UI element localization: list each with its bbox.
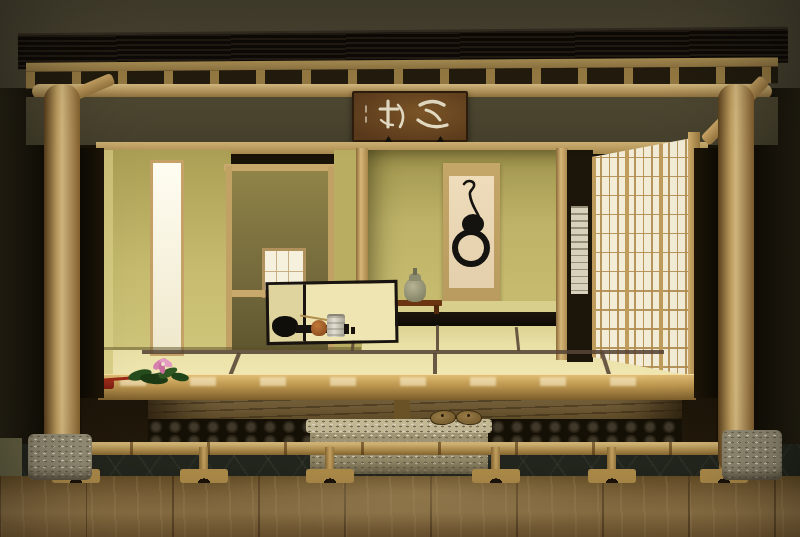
- calligraphy-plaque: [352, 91, 468, 142]
- flower-bouquet: [104, 352, 199, 386]
- left-pillar-base-stone: [28, 434, 92, 480]
- hall-wood-floor: [0, 476, 800, 537]
- right-round-pillar: [718, 84, 754, 474]
- trestle-foot: [180, 469, 228, 483]
- right-pillar-base-stone: [722, 430, 782, 480]
- rail-trestle-4: [472, 447, 520, 487]
- alcove-post-left: [226, 166, 232, 350]
- enso-ink-art: [449, 176, 494, 288]
- tatami-border-rear-2: [436, 325, 439, 351]
- small-utensil-2: [351, 327, 355, 334]
- right-dark-jamb: [694, 148, 720, 398]
- alcove-lintel: [224, 164, 338, 171]
- left-opening-edge: [103, 150, 113, 376]
- slit-window: [150, 160, 184, 356]
- trestle-foot: [588, 469, 636, 483]
- incense-burner: [404, 278, 426, 302]
- bamboo-rail: [56, 442, 750, 455]
- slatted-light-window: [571, 206, 588, 294]
- trestle-foot: [472, 469, 520, 483]
- tea-room-display: [0, 0, 800, 537]
- tea-caddy: [311, 320, 327, 336]
- tatami-border-horizontal: [142, 350, 664, 354]
- rail-trestle-3: [306, 447, 354, 487]
- small-utensil-1: [344, 324, 349, 334]
- left-round-pillar: [44, 84, 80, 474]
- rail-trestle-2: [180, 447, 228, 487]
- zori-sandal-right: [456, 409, 483, 425]
- shoji-screens: [592, 138, 692, 376]
- veranda-reflections: [120, 377, 670, 386]
- wall-base-shadow: [103, 347, 361, 350]
- left-dark-jamb: [80, 148, 104, 398]
- scroll-paper: [449, 176, 494, 288]
- water-jar: [327, 314, 345, 337]
- wall-fragment-bottom-left: [0, 438, 22, 476]
- plaque-calligraphy-art: [354, 93, 462, 136]
- trestle-foot: [306, 469, 354, 483]
- rail-trestle-5: [588, 447, 636, 487]
- iron-kettle: [272, 316, 298, 337]
